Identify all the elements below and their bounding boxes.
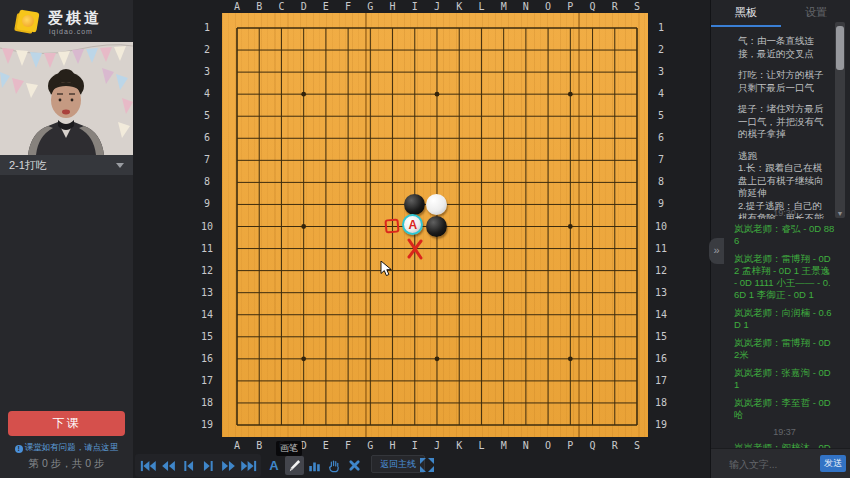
board-coordinate-label: 4 (652, 88, 670, 100)
chat-message: 岚岚老师：向润楠 - 0.6D 1 (734, 307, 835, 331)
stone-label-A: A (404, 217, 421, 234)
board-coordinate-label: F (340, 440, 356, 452)
iqidao-logo-icon (17, 10, 41, 34)
lesson-select-value: 2-1打吃 (9, 159, 47, 171)
board-coordinate-label: I (407, 1, 423, 13)
chat-message-list: 19:30岚岚老师：睿弘 - 0D 886岚岚老师：雷博翔 - 0D 2 孟梓翔… (711, 202, 841, 478)
fast-forward-button[interactable] (219, 456, 238, 475)
board-coordinate-label: M (496, 1, 512, 13)
board-coordinate-label: B (251, 1, 267, 13)
chat-timestamp: 19:37 (734, 427, 835, 437)
board-coordinate-label: A (229, 440, 245, 452)
board-coordinate-label: K (451, 1, 467, 13)
step-backward-button[interactable] (179, 456, 198, 475)
board-coordinate-label: 2 (198, 44, 216, 56)
board-coordinate-label: N (518, 440, 534, 452)
note-spacer (738, 60, 831, 69)
help-hint-text: 课堂如有问题，请点这里 (25, 442, 119, 452)
logo-dot-shape (22, 15, 34, 27)
chat-input-row: 发送 (711, 448, 850, 478)
board-coordinate-label: F (340, 1, 356, 13)
board-coordinate-label: P (562, 440, 578, 452)
board-coordinate-label: E (318, 440, 334, 452)
skip-to-start-button[interactable] (139, 456, 158, 475)
board-coordinate-label: 17 (652, 375, 670, 387)
go-board[interactable]: A (222, 13, 648, 437)
board-coordinate-label: 15 (198, 331, 216, 343)
board-coordinate-label: Q (585, 440, 601, 452)
iqidao-logo: 爱棋道 iqidao.com (0, 4, 133, 42)
board-coordinate-label: K (451, 440, 467, 452)
board-coordinate-label: R (607, 1, 623, 13)
board-coordinate-label: 8 (652, 176, 670, 188)
board-coordinate-label: H (385, 1, 401, 13)
board-coordinate-label: 19 (198, 419, 216, 431)
hand-tool-button[interactable] (325, 456, 344, 475)
chat-message: 岚岚老师：雷博翔 - 0D 2 孟梓翔 - 0D 1 王景逸 - 0D 1111… (734, 253, 835, 301)
board-coordinate-label: O (540, 1, 556, 13)
board-coordinate-label: O (540, 440, 556, 452)
pen-tool-button[interactable] (285, 456, 304, 475)
board-coordinate-label: D (296, 1, 312, 13)
board-coordinate-label: I (407, 440, 423, 452)
skip-to-end-button[interactable] (239, 456, 258, 475)
board-coordinate-label: G (362, 1, 378, 13)
chat-message: 岚岚老师：张嘉洵 - 0D 1 (734, 367, 835, 391)
chart-tool-button[interactable] (305, 456, 324, 475)
board-coordinate-label: 10 (652, 221, 670, 233)
chat-tab-bar: 黑板设置 (711, 0, 850, 27)
move-step-counter: 第 0 步，共 0 步 (0, 457, 133, 471)
board-coordinate-label: 13 (198, 287, 216, 299)
blackboard-notes: 气：由一条直线连接，最近的交叉点打吃：让对方的棋子只剩下最后一口气提子：堵住对方… (711, 33, 837, 219)
chat-panel: 黑板设置 气：由一条直线连接，最近的交叉点打吃：让对方的棋子只剩下最后一口气提子… (710, 0, 850, 478)
board-coordinate-label: 14 (652, 309, 670, 321)
chevron-down-icon (116, 163, 124, 168)
chat-input[interactable] (719, 454, 815, 474)
chat-message: 岚岚老师：雷博翔 - 0D 2米 (734, 337, 835, 361)
board-coordinate-label: J (429, 440, 445, 452)
board-coordinate-label: B (251, 440, 267, 452)
board-coordinate-label: S (629, 1, 645, 13)
board-coordinate-label: 15 (652, 331, 670, 343)
webcam-scene (0, 42, 133, 155)
bottom-toolbar: A 返回主线 (133, 452, 710, 478)
board-coordinate-label: 18 (652, 397, 670, 409)
board-coordinate-label: L (473, 1, 489, 13)
board-coordinate-label: R (607, 440, 623, 452)
white-stone-I10[interactable]: A (402, 214, 423, 235)
board-coordinate-label: 7 (652, 154, 670, 166)
board-coordinate-label: 9 (652, 198, 670, 210)
board-coordinate-label: 4 (198, 88, 216, 100)
board-coordinate-label: 11 (652, 243, 670, 255)
note-line: 1.长：跟着自己在棋盘上已有棋子继续向前延伸 (738, 162, 831, 200)
app-window: 爱棋道 iqidao.com (0, 0, 850, 478)
note-line: 气：由一条直线连接，最近的交叉点 (738, 35, 831, 60)
fullscreen-button[interactable] (418, 455, 437, 474)
note-spacer (738, 141, 831, 150)
mouse-cursor (380, 261, 394, 281)
board-coordinate-label: 16 (652, 353, 670, 365)
note-line: 逃跑 (738, 150, 831, 163)
note-line: 打吃：让对方的棋子只剩下最后一口气 (738, 69, 831, 94)
board-coordinate-label: 10 (198, 221, 216, 233)
board-coordinate-label: 1 (652, 22, 670, 34)
board-coordinate-label: S (629, 440, 645, 452)
board-coordinate-label: 16 (198, 353, 216, 365)
board-coordinate-label: 19 (652, 419, 670, 431)
board-coordinate-label: 6 (198, 132, 216, 144)
left-sidebar: 爱棋道 iqidao.com (0, 0, 133, 478)
board-coordinate-label: Q (585, 1, 601, 13)
logo-title: 爱棋道 (48, 9, 102, 28)
board-coordinate-label: L (473, 440, 489, 452)
teacher-webcam-video (0, 42, 133, 155)
note-line: 提子：堵住对方最后一口气，并把没有气的棋子拿掉 (738, 103, 831, 141)
board-coordinate-label: H (385, 440, 401, 452)
board-coordinate-label: 12 (652, 265, 670, 277)
chat-message: 岚岚老师：睿弘 - 0D 886 (734, 223, 835, 247)
step-forward-button[interactable] (199, 456, 218, 475)
end-class-button[interactable]: 下课 (8, 411, 125, 436)
board-coordinate-label: 6 (652, 132, 670, 144)
chat-message: 岚岚老师：李至哲 - 0D 哈 (734, 397, 835, 421)
board-coordinate-label: J (429, 1, 445, 13)
board-coordinate-label: 3 (198, 66, 216, 78)
chat-tab-黑板[interactable]: 黑板 (711, 0, 781, 27)
text-tool-button[interactable]: A (265, 456, 284, 475)
board-coordinate-label: A (229, 1, 245, 13)
board-coordinate-label: M (496, 440, 512, 452)
board-coordinate-label: 17 (198, 375, 216, 387)
board-coordinate-label: E (318, 1, 334, 13)
board-coordinate-label: C (273, 1, 289, 13)
logo-subtitle: iqidao.com (49, 28, 93, 35)
return-mainline-button[interactable]: 返回主线 (371, 455, 425, 473)
board-coordinate-label: 7 (198, 154, 216, 166)
notes-scrollbar-thumb[interactable] (836, 26, 844, 70)
board-coordinate-label: 2 (652, 44, 670, 56)
chat-timestamp: 19:30 (734, 208, 835, 218)
board-coordinate-label: 14 (198, 309, 216, 321)
playback-controls (135, 454, 261, 477)
board-coordinate-label: 1 (198, 22, 216, 34)
lesson-select-dropdown[interactable]: 2-1打吃 (0, 155, 133, 175)
send-button[interactable]: 发送 (820, 455, 846, 472)
annotation-tools: A (261, 454, 367, 477)
board-coordinate-label: 5 (652, 110, 670, 122)
red-x-mark-I11 (405, 238, 425, 264)
board-coordinate-label: 8 (198, 176, 216, 188)
board-coordinate-label: 13 (652, 287, 670, 299)
board-coordinate-label: 5 (198, 110, 216, 122)
text-tool-glyph: A (269, 458, 278, 473)
board-coordinate-label: 9 (198, 198, 216, 210)
notes-scrollbar[interactable]: ▼ (835, 22, 845, 218)
class-help-hint[interactable]: !课堂如有问题，请点这里 (0, 442, 133, 454)
board-coordinate-label: 18 (198, 397, 216, 409)
info-icon: ! (15, 445, 23, 453)
fast-backward-button[interactable] (159, 456, 178, 475)
clear-marks-button[interactable] (345, 456, 364, 475)
note-spacer (738, 94, 831, 103)
board-coordinate-label: 12 (198, 265, 216, 277)
board-coordinate-label: G (362, 440, 378, 452)
board-coordinate-label: N (518, 1, 534, 13)
board-coordinate-label: 3 (652, 66, 670, 78)
board-coordinate-label: 11 (198, 243, 216, 255)
board-coordinate-label: P (562, 1, 578, 13)
red-square-mark-H10 (384, 218, 399, 233)
